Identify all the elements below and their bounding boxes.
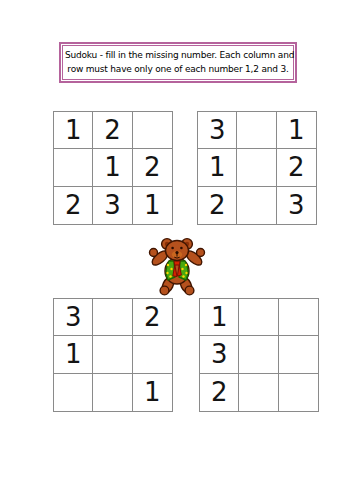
instructions-line-2: row must have only one of each number 1,… — [65, 63, 291, 77]
cell-r3c1: 2 — [198, 187, 237, 224]
cell-r1c1: 1 — [200, 299, 239, 336]
cell-r2c1[interactable] — [54, 149, 93, 186]
cell-r2c2[interactable] — [239, 336, 278, 373]
cell-r3c3: 1 — [133, 187, 172, 224]
cell-r1c2: 2 — [93, 112, 132, 149]
cell-r3c3: 3 — [277, 187, 316, 224]
cell-r3c1: 2 — [200, 374, 239, 411]
cell-r3c3[interactable] — [279, 374, 318, 411]
cell-r1c3: 1 — [277, 112, 316, 149]
cell-r2c3: 2 — [133, 149, 172, 186]
cell-r3c2: 3 — [93, 187, 132, 224]
instructions-box: Sudoku - fill in the missing number. Eac… — [59, 42, 297, 83]
cell-r1c3[interactable] — [133, 112, 172, 149]
cell-r3c2[interactable] — [239, 374, 278, 411]
cell-r2c3: 2 — [277, 149, 316, 186]
cell-r1c2[interactable] — [237, 112, 276, 149]
cell-r2c3[interactable] — [133, 336, 172, 373]
instructions-text: Sudoku - fill in the missing number. Eac… — [62, 45, 294, 80]
cell-r3c2[interactable] — [237, 187, 276, 224]
cell-r3c1: 2 — [54, 187, 93, 224]
cell-r2c2: 1 — [93, 149, 132, 186]
cell-r3c3: 1 — [133, 374, 172, 411]
sudoku-grid-top-right: 311223 — [197, 111, 317, 225]
sudoku-grid-bottom-left: 3211 — [53, 298, 173, 412]
cell-r1c1: 3 — [54, 299, 93, 336]
cell-r1c3: 2 — [133, 299, 172, 336]
cell-r2c2[interactable] — [93, 336, 132, 373]
cell-r3c1[interactable] — [54, 374, 93, 411]
instructions-line-1: Sudoku - fill in the missing number. Eac… — [65, 49, 291, 63]
cell-r1c3[interactable] — [279, 299, 318, 336]
cell-r2c2[interactable] — [237, 149, 276, 186]
cell-r1c2[interactable] — [239, 299, 278, 336]
teddy-bear-icon — [144, 236, 210, 296]
cell-r2c1: 1 — [198, 149, 237, 186]
cell-r2c1: 3 — [200, 336, 239, 373]
cell-r3c2[interactable] — [93, 374, 132, 411]
cell-r2c1: 1 — [54, 336, 93, 373]
worksheet-page: Sudoku - fill in the missing number. Eac… — [0, 0, 354, 500]
cell-r1c1: 1 — [54, 112, 93, 149]
cell-r1c1: 3 — [198, 112, 237, 149]
cell-r1c2[interactable] — [93, 299, 132, 336]
sudoku-grid-top-left: 1212231 — [53, 111, 173, 225]
sudoku-grid-bottom-right: 132 — [199, 298, 319, 412]
cell-r2c3[interactable] — [279, 336, 318, 373]
